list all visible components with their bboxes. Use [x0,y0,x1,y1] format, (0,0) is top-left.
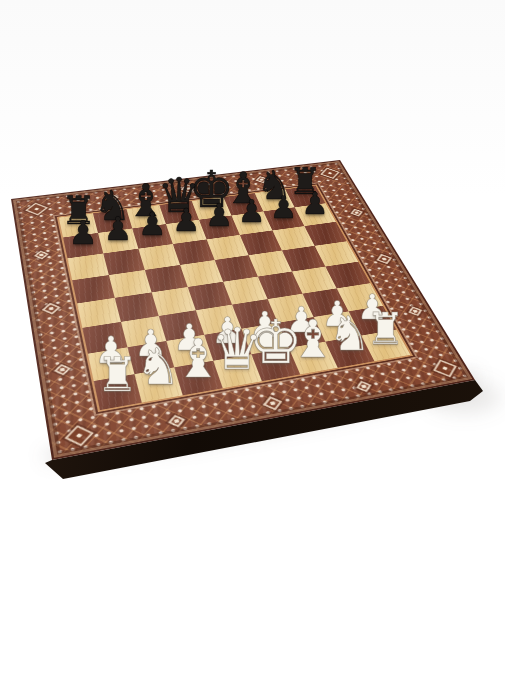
inlay-diamond-motif [263,396,282,410]
inlay-diamond-motif [376,254,392,264]
piece-black-pawn-f7[interactable]: ♟ [238,196,266,227]
piece-black-pawn-c7[interactable]: ♟ [138,209,167,241]
inlay-diamond-motif [65,425,94,446]
piece-black-pawn-d7[interactable]: ♟ [172,204,200,236]
piece-white-knight-b1[interactable]: ♞ [136,341,181,391]
inlay-diamond-motif [42,303,61,315]
piece-black-pawn-e7[interactable]: ♟ [205,200,233,232]
inlay-diamond-motif [408,306,422,316]
inlay-diamond-motif [54,364,71,375]
inlay-diamond-motif [433,359,457,377]
chess-scene: ♜♞♝♛♚♝♞♜♟♟♟♟♟♟♟♟♟♟♟♟♟♟♟♟♜♞♝♛♚♝♞♜ [0,0,505,700]
inlay-diamond-motif [320,168,340,179]
inlay-diamond-motif [356,381,371,392]
inlay-diamond-motif [34,251,49,260]
inlay-diamond-motif [25,203,48,216]
piece-white-rook-a1[interactable]: ♜ [96,351,138,398]
piece-white-bishop-c1[interactable]: ♝ [174,332,222,385]
piece-black-pawn-g7[interactable]: ♟ [270,192,298,223]
piece-white-rook-h1[interactable]: ♜ [366,308,405,352]
inlay-diamond-motif [168,415,185,427]
piece-black-pawn-a7[interactable]: ♟ [68,217,97,250]
inlay-diamond-motif [350,209,362,217]
piece-black-pawn-b7[interactable]: ♟ [104,213,133,245]
piece-black-pawn-h7[interactable]: ♟ [301,188,328,219]
